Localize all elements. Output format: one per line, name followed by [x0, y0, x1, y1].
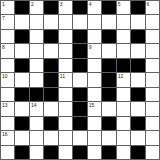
- cell-r0c10[interactable]: 6: [146, 1, 159, 14]
- blocked-cell-r2c1: [15, 30, 28, 43]
- cell-r0c6[interactable]: 4: [88, 1, 101, 14]
- cell-r7c10[interactable]: [146, 102, 159, 115]
- cell-r10c6[interactable]: [88, 146, 101, 159]
- blocked-cell-r2c3: [44, 30, 57, 43]
- cell-r0c2[interactable]: 2: [30, 1, 43, 14]
- blocked-cell-r8c1: [15, 117, 28, 130]
- clue-number: 10: [2, 73, 8, 79]
- cell-r5c6[interactable]: [88, 73, 101, 86]
- blocked-cell-r0c5: [73, 1, 86, 14]
- cell-r5c1[interactable]: [15, 73, 28, 86]
- cell-r6c6[interactable]: [88, 88, 101, 101]
- cell-r7c0[interactable]: 13: [1, 102, 14, 115]
- cell-r1c7[interactable]: [102, 15, 115, 28]
- clue-number: 11: [60, 73, 65, 79]
- cell-r7c6[interactable]: 15: [88, 102, 101, 115]
- clue-number: 5: [118, 1, 121, 7]
- blocked-cell-r6c9: [131, 88, 144, 101]
- cell-r9c4[interactable]: [59, 131, 72, 144]
- blocked-cell-r6c1: [15, 88, 28, 101]
- cell-r8c6[interactable]: [88, 117, 101, 130]
- cell-r10c8[interactable]: [117, 146, 130, 159]
- cell-r9c6[interactable]: [88, 131, 101, 144]
- cell-r4c6[interactable]: [88, 59, 101, 72]
- cell-r2c2[interactable]: [30, 30, 43, 43]
- blocked-cell-r0c1: [15, 1, 28, 14]
- crossword-grid: 12345678910111213141516: [0, 0, 160, 160]
- cell-r6c10[interactable]: [146, 88, 159, 101]
- cell-r9c7[interactable]: [102, 131, 115, 144]
- cell-r8c0[interactable]: [1, 117, 14, 130]
- blocked-cell-r0c7: [102, 1, 115, 14]
- cell-r1c9[interactable]: [131, 15, 144, 28]
- cell-r8c8[interactable]: [117, 117, 130, 130]
- cell-r1c10[interactable]: [146, 15, 159, 28]
- cell-r9c0[interactable]: 16: [1, 131, 14, 144]
- blocked-cell-r7c5: [73, 102, 86, 115]
- blocked-cell-r3c5: [73, 44, 86, 57]
- blocked-cell-r4c9: [131, 59, 144, 72]
- cell-r3c8[interactable]: [117, 44, 130, 57]
- cell-r7c2[interactable]: 14: [30, 102, 43, 115]
- cell-r4c2[interactable]: [30, 59, 43, 72]
- cell-r2c8[interactable]: [117, 30, 130, 43]
- cell-r3c4[interactable]: [59, 44, 72, 57]
- clue-number: 2: [31, 1, 34, 7]
- clue-number: 1: [2, 1, 5, 7]
- cell-r6c4[interactable]: [59, 88, 72, 101]
- blocked-cell-r0c9: [131, 1, 144, 14]
- blocked-cell-r2c9: [131, 30, 144, 43]
- blocked-cell-r4c5: [73, 59, 86, 72]
- cell-r1c3[interactable]: [44, 15, 57, 28]
- cell-r9c9[interactable]: [131, 131, 144, 144]
- cell-r2c0[interactable]: [1, 30, 14, 43]
- blocked-cell-r0c3: [44, 1, 57, 14]
- blocked-cell-r4c8: [117, 59, 130, 72]
- cell-r8c10[interactable]: [146, 117, 159, 130]
- cell-r1c4[interactable]: [59, 15, 72, 28]
- cell-r6c8[interactable]: [117, 88, 130, 101]
- cell-r5c0[interactable]: 10: [1, 73, 14, 86]
- cell-r7c9[interactable]: [131, 102, 144, 115]
- cell-r4c0[interactable]: [1, 59, 14, 72]
- cell-r1c8[interactable]: [117, 15, 130, 28]
- cell-r5c8[interactable]: 12: [117, 73, 130, 86]
- clue-number: 13: [2, 102, 8, 108]
- cell-r7c3[interactable]: [44, 102, 57, 115]
- cell-r5c5[interactable]: [73, 73, 86, 86]
- cell-r3c9[interactable]: [131, 44, 144, 57]
- cell-r10c0[interactable]: [1, 146, 14, 159]
- blocked-cell-r2c5: [73, 30, 86, 43]
- clue-number: 3: [60, 1, 63, 7]
- cell-r3c3[interactable]: [44, 44, 57, 57]
- blocked-cell-r4c1: [15, 59, 28, 72]
- cell-r5c9[interactable]: [131, 73, 144, 86]
- cell-r9c10[interactable]: [146, 131, 159, 144]
- cell-r5c10[interactable]: [146, 73, 159, 86]
- blocked-cell-r6c2: [30, 88, 43, 101]
- cell-r5c2[interactable]: [30, 73, 43, 86]
- cell-r1c2[interactable]: [30, 15, 43, 28]
- blocked-cell-r4c7: [102, 59, 115, 72]
- blocked-cell-r5c3: [44, 73, 57, 86]
- clue-number: 16: [2, 131, 8, 137]
- cell-r3c1[interactable]: [15, 44, 28, 57]
- cell-r3c0[interactable]: 8: [1, 44, 14, 57]
- blocked-cell-r10c9: [131, 146, 144, 159]
- cell-r10c10[interactable]: [146, 146, 159, 159]
- cell-r10c2[interactable]: [30, 146, 43, 159]
- cell-r10c4[interactable]: [59, 146, 72, 159]
- cell-r1c1[interactable]: [15, 15, 28, 28]
- clue-number: 12: [118, 73, 124, 79]
- cell-r9c1[interactable]: [15, 131, 28, 144]
- cell-r3c10[interactable]: [146, 44, 159, 57]
- cell-r9c3[interactable]: [44, 131, 57, 144]
- blocked-cell-r10c3: [44, 146, 57, 159]
- blocked-cell-r8c5: [73, 117, 86, 130]
- cell-r9c2[interactable]: [30, 131, 43, 144]
- cell-r7c8[interactable]: [117, 102, 130, 115]
- blocked-cell-r10c7: [102, 146, 115, 159]
- blocked-cell-r4c3: [44, 59, 57, 72]
- cell-r3c6[interactable]: 9: [88, 44, 101, 57]
- cell-r7c7[interactable]: [102, 102, 115, 115]
- clue-number: 8: [2, 44, 5, 50]
- cell-r2c6[interactable]: [88, 30, 101, 43]
- blocked-cell-r8c3: [44, 117, 57, 130]
- cell-r7c4[interactable]: [59, 102, 72, 115]
- cell-r3c7[interactable]: [102, 44, 115, 57]
- cell-r2c4[interactable]: [59, 30, 72, 43]
- clue-number: 4: [89, 1, 92, 7]
- cell-r7c1[interactable]: [15, 102, 28, 115]
- blocked-cell-r10c1: [15, 146, 28, 159]
- clue-number: 7: [2, 15, 5, 21]
- cell-r4c10[interactable]: [146, 59, 159, 72]
- cell-r4c4[interactable]: [59, 59, 72, 72]
- cell-r5c4[interactable]: 11: [59, 73, 72, 86]
- cell-r3c2[interactable]: [30, 44, 43, 57]
- cell-r6c0[interactable]: [1, 88, 14, 101]
- blocked-cell-r5c7: [102, 73, 115, 86]
- cell-r2c10[interactable]: [146, 30, 159, 43]
- cell-r9c8[interactable]: [117, 131, 130, 144]
- clue-number: 15: [89, 102, 95, 108]
- blocked-cell-r6c3: [44, 88, 57, 101]
- blocked-cell-r6c7: [102, 88, 115, 101]
- blocked-cell-r8c7: [102, 117, 115, 130]
- cell-r8c2[interactable]: [30, 117, 43, 130]
- cell-r0c4[interactable]: 3: [59, 1, 72, 14]
- cell-r0c8[interactable]: 5: [117, 1, 130, 14]
- blocked-cell-r8c9: [131, 117, 144, 130]
- blocked-cell-r6c5: [73, 88, 86, 101]
- cell-r9c5[interactable]: [73, 131, 86, 144]
- clue-number: 14: [31, 102, 37, 108]
- cell-r1c0[interactable]: 7: [1, 15, 14, 28]
- cell-r8c4[interactable]: [59, 117, 72, 130]
- blocked-cell-r2c7: [102, 30, 115, 43]
- cell-r1c5[interactable]: [73, 15, 86, 28]
- clue-number: 9: [89, 44, 92, 50]
- clue-number: 6: [147, 1, 150, 7]
- cell-r0c0[interactable]: 1: [1, 1, 14, 14]
- blocked-cell-r10c5: [73, 146, 86, 159]
- cell-r1c6[interactable]: [88, 15, 101, 28]
